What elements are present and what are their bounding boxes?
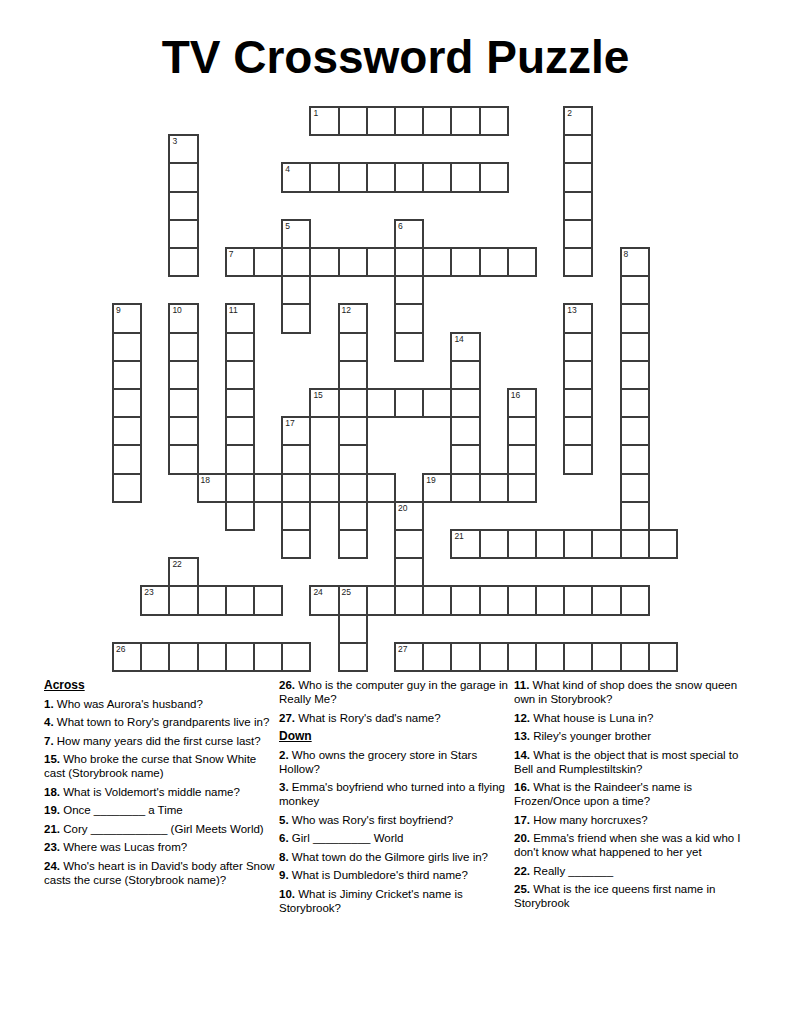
clue-text: What is the object that is most special …	[514, 749, 738, 775]
clue-text: What is Rory's dad's name?	[298, 712, 440, 724]
grid-cell[interactable]	[450, 247, 480, 277]
cell-number: 20	[398, 503, 407, 513]
clue-text: How many years did the first curse last?	[57, 735, 261, 747]
clue-number: 19.	[44, 804, 63, 816]
grid-cell[interactable]	[507, 585, 537, 615]
cell-number: 13	[567, 305, 576, 315]
clue-item: 10. What is Jiminy Cricket's name is Sto…	[279, 887, 513, 915]
grid-cell[interactable]: 2	[563, 106, 593, 136]
grid-cell[interactable]	[168, 585, 198, 615]
cell-number: 2	[567, 108, 572, 118]
grid-cell[interactable]	[450, 642, 480, 672]
grid-cell[interactable]	[535, 529, 565, 559]
clue-text: What town to Rory's grandparents live in…	[57, 716, 270, 728]
cell-number: 12	[342, 305, 351, 315]
grid-cell[interactable]: 21	[450, 529, 480, 559]
clue-number: 23.	[44, 841, 63, 853]
grid-cell[interactable]: 3	[168, 134, 198, 164]
clue-number: 18.	[44, 786, 63, 798]
clue-item: 26. Who is the computer guy in the garag…	[279, 678, 513, 706]
grid-cell[interactable]	[281, 529, 311, 559]
grid-cell[interactable]	[338, 444, 368, 474]
grid-cell[interactable]	[281, 642, 311, 672]
grid-cell[interactable]	[253, 585, 283, 615]
clue-list-header: Across	[44, 678, 278, 692]
clue-number: 12.	[514, 712, 533, 724]
grid-cell[interactable]	[394, 106, 424, 136]
grid-cell[interactable]: 24	[309, 585, 339, 615]
clue-number: 21.	[44, 823, 63, 835]
clue-item: 22. Really _______	[514, 864, 748, 878]
grid-cell[interactable]: 8	[620, 247, 650, 277]
clue-item: 7. How many years did the first curse la…	[44, 734, 278, 748]
grid-cell[interactable]	[507, 416, 537, 446]
grid-cell[interactable]	[563, 247, 593, 277]
grid-cell[interactable]: 5	[281, 219, 311, 249]
grid-cell[interactable]	[168, 360, 198, 390]
grid-cell[interactable]	[620, 388, 650, 418]
cell-number: 6	[398, 221, 403, 231]
cell-number: 11	[229, 305, 238, 315]
grid-cell[interactable]: 4	[281, 162, 311, 192]
clue-number: 26.	[279, 679, 298, 691]
grid-cell[interactable]	[479, 247, 509, 277]
cell-number: 15	[313, 390, 322, 400]
grid-cell[interactable]	[620, 416, 650, 446]
grid-cell[interactable]	[620, 473, 650, 503]
cell-number: 4	[285, 164, 290, 174]
grid-cell[interactable]	[422, 247, 452, 277]
clue-number: 24.	[44, 860, 63, 872]
grid-cell[interactable]: 27	[394, 642, 424, 672]
clue-item: 18. What is Voldemort's middle name?	[44, 785, 278, 799]
clue-text: Emma's boyfriend who turned into a flyin…	[279, 781, 505, 807]
grid-cell[interactable]	[366, 388, 396, 418]
clue-column-left: Across1. Who was Aurora's husband?4. Wha…	[44, 678, 278, 891]
grid-cell[interactable]	[450, 416, 480, 446]
grid-cell[interactable]	[620, 585, 650, 615]
clue-text: What is Voldemort's middle name?	[63, 786, 240, 798]
clue-text: What kind of shop does the snow queen ow…	[514, 679, 737, 705]
grid-cell[interactable]	[112, 444, 142, 474]
cell-number: 18	[201, 475, 210, 485]
cell-number: 10	[172, 305, 181, 315]
grid-cell[interactable]	[309, 162, 339, 192]
grid-cell[interactable]	[422, 162, 452, 192]
grid-cell[interactable]	[225, 416, 255, 446]
clue-item: 4. What town to Rory's grandparents live…	[44, 715, 278, 729]
clue-item: 14. What is the object that is most spec…	[514, 748, 748, 776]
clue-column-middle: 26. Who is the computer guy in the garag…	[279, 678, 513, 919]
grid-cell[interactable]	[620, 275, 650, 305]
grid-cell[interactable]	[422, 106, 452, 136]
grid-cell[interactable]	[168, 444, 198, 474]
clue-item: 24. Who's heart is in David's body after…	[44, 859, 278, 887]
grid-cell[interactable]: 6	[394, 219, 424, 249]
grid-cell[interactable]	[366, 585, 396, 615]
grid-cell[interactable]	[422, 585, 452, 615]
grid-cell[interactable]	[507, 247, 537, 277]
grid-cell[interactable]	[394, 275, 424, 305]
grid-cell[interactable]: 11	[225, 303, 255, 333]
clue-number: 13.	[514, 730, 533, 742]
clue-number: 27.	[279, 712, 298, 724]
clue-number: 7.	[44, 735, 57, 747]
clue-text: What is Dumbledore's third name?	[292, 869, 468, 881]
clue-text: What house is Luna in?	[533, 712, 653, 724]
grid-cell[interactable]	[507, 444, 537, 474]
grid-cell[interactable]	[112, 473, 142, 503]
grid-cell[interactable]	[225, 473, 255, 503]
clue-item: 3. Emma's boyfriend who turned into a fl…	[279, 780, 513, 808]
clue-number: 8.	[279, 851, 292, 863]
grid-cell[interactable]	[450, 388, 480, 418]
grid-cell[interactable]	[112, 416, 142, 446]
grid-cell[interactable]	[450, 106, 480, 136]
clue-text: Who was Rory's first boyfriend?	[292, 814, 453, 826]
grid-cell[interactable]: 26	[112, 642, 142, 672]
grid-cell[interactable]	[197, 585, 227, 615]
clue-number: 22.	[514, 865, 533, 877]
cell-number: 16	[511, 390, 520, 400]
grid-cell[interactable]	[563, 416, 593, 446]
grid-cell[interactable]	[225, 388, 255, 418]
clue-text: What is the Raindeer's name is Frozen/On…	[514, 781, 692, 807]
cell-number: 7	[229, 249, 234, 259]
grid-cell[interactable]	[338, 247, 368, 277]
clue-item: 5. Who was Rory's first boyfriend?	[279, 813, 513, 827]
grid-cell[interactable]	[338, 162, 368, 192]
grid-cell[interactable]	[338, 332, 368, 362]
grid-cell[interactable]	[507, 473, 537, 503]
grid-cell[interactable]	[394, 529, 424, 559]
grid-cell[interactable]	[563, 529, 593, 559]
grid-cell[interactable]	[620, 501, 650, 531]
cell-number: 22	[172, 559, 181, 569]
clue-item: 17. How many horcruxes?	[514, 813, 748, 827]
cell-number: 19	[426, 475, 435, 485]
grid-cell[interactable]	[168, 162, 198, 192]
grid-cell[interactable]	[394, 585, 424, 615]
grid-cell[interactable]: 22	[168, 557, 198, 587]
grid-cell[interactable]	[394, 303, 424, 333]
grid-cell[interactable]	[168, 219, 198, 249]
grid-cell[interactable]	[338, 106, 368, 136]
grid-cell[interactable]: 14	[450, 332, 480, 362]
grid-cell[interactable]	[394, 247, 424, 277]
grid-cell[interactable]	[450, 162, 480, 192]
cell-number: 21	[454, 531, 463, 541]
clue-text: Cory ____________ (Girl Meets World)	[63, 823, 264, 835]
cell-number: 25	[342, 587, 351, 597]
clue-text: Where was Lucas from?	[63, 841, 187, 853]
grid-cell[interactable]	[281, 444, 311, 474]
clue-number: 25.	[514, 883, 533, 895]
grid-cell[interactable]	[394, 388, 424, 418]
grid-cell[interactable]: 10	[168, 303, 198, 333]
grid-cell[interactable]	[225, 360, 255, 390]
grid-cell[interactable]	[620, 529, 650, 559]
grid-cell[interactable]	[394, 332, 424, 362]
crossword-grid: 1471518192123242526272356891011121314161…	[112, 106, 679, 673]
grid-cell[interactable]	[620, 360, 650, 390]
grid-cell[interactable]	[563, 360, 593, 390]
clue-item: 23. Where was Lucas from?	[44, 840, 278, 854]
grid-cell[interactable]	[338, 529, 368, 559]
clue-list-header: Down	[279, 729, 513, 743]
grid-cell[interactable]	[112, 360, 142, 390]
clue-item: 11. What kind of shop does the snow quee…	[514, 678, 748, 706]
grid-cell[interactable]	[338, 360, 368, 390]
grid-cell[interactable]	[450, 444, 480, 474]
grid-cell[interactable]	[366, 473, 396, 503]
cell-number: 5	[285, 221, 290, 231]
grid-cell[interactable]	[620, 642, 650, 672]
clue-number: 11.	[514, 679, 533, 691]
clue-number: 5.	[279, 814, 292, 826]
clue-number: 6.	[279, 832, 292, 844]
grid-cell[interactable]	[168, 416, 198, 446]
clue-text: Girl _________ World	[292, 832, 404, 844]
clue-text: Once ________ a Time	[63, 804, 183, 816]
cell-number: 17	[285, 418, 294, 428]
grid-cell[interactable]	[648, 529, 678, 559]
grid-cell[interactable]: 23	[140, 585, 170, 615]
clue-number: 2.	[279, 749, 292, 761]
grid-cell[interactable]	[338, 501, 368, 531]
clue-text: How many horcruxes?	[533, 814, 647, 826]
clue-text: Really _______	[533, 865, 613, 877]
grid-cell[interactable]	[479, 529, 509, 559]
grid-cell[interactable]	[338, 614, 368, 644]
grid-cell[interactable]	[394, 162, 424, 192]
cell-number: 27	[398, 644, 407, 654]
clue-item: 25. What is the ice queens first name in…	[514, 882, 748, 910]
clue-text: What town do the Gilmore girls live in?	[292, 851, 488, 863]
grid-cell[interactable]	[225, 501, 255, 531]
clue-item: 12. What house is Luna in?	[514, 711, 748, 725]
grid-cell[interactable]	[620, 444, 650, 474]
clue-item: 21. Cory ____________ (Girl Meets World)	[44, 822, 278, 836]
grid-cell[interactable]	[112, 388, 142, 418]
clue-number: 14.	[514, 749, 533, 761]
grid-cell[interactable]	[338, 388, 368, 418]
grid-cell[interactable]: 16	[507, 388, 537, 418]
clue-text: Who broke the curse that Snow White cast…	[44, 753, 256, 779]
grid-cell[interactable]	[591, 642, 621, 672]
grid-cell[interactable]	[225, 332, 255, 362]
grid-cell[interactable]	[507, 529, 537, 559]
clue-number: 16.	[514, 781, 533, 793]
grid-cell[interactable]	[535, 585, 565, 615]
grid-cell[interactable]: 19	[422, 473, 452, 503]
crossword-page: TV Crossword Puzzle 14715181921232425262…	[0, 0, 791, 1024]
cell-number: 1	[313, 108, 318, 118]
grid-cell[interactable]	[168, 191, 198, 221]
grid-cell[interactable]	[620, 303, 650, 333]
clue-text: Who's heart is in David's body after Sno…	[44, 860, 275, 886]
grid-cell[interactable]	[366, 247, 396, 277]
grid-cell[interactable]	[309, 473, 339, 503]
grid-cell[interactable]: 12	[338, 303, 368, 333]
grid-cell[interactable]	[112, 332, 142, 362]
cell-number: 8	[624, 249, 629, 259]
grid-cell[interactable]	[281, 247, 311, 277]
clue-number: 15.	[44, 753, 63, 765]
grid-cell[interactable]: 13	[563, 303, 593, 333]
grid-cell[interactable]	[450, 585, 480, 615]
clue-item: 20. Emma's friend when she was a kid who…	[514, 831, 748, 859]
clue-item: 2. Who owns the grocery store in Stars H…	[279, 748, 513, 776]
grid-cell[interactable]: 18	[197, 473, 227, 503]
cell-number: 23	[144, 587, 153, 597]
grid-cell[interactable]	[140, 642, 170, 672]
clue-text: What is the ice queens first name in Sto…	[514, 883, 715, 909]
grid-cell[interactable]	[366, 106, 396, 136]
grid-cell[interactable]: 1	[309, 106, 339, 136]
clue-item: 1. Who was Aurora's husband?	[44, 697, 278, 711]
clue-text: Who is the computer guy in the garage in…	[279, 679, 508, 705]
grid-cell[interactable]	[225, 642, 255, 672]
grid-cell[interactable]	[563, 219, 593, 249]
grid-cell[interactable]	[591, 585, 621, 615]
grid-cell[interactable]	[168, 247, 198, 277]
grid-cell[interactable]	[253, 247, 283, 277]
grid-cell[interactable]	[648, 642, 678, 672]
clue-number: 17.	[514, 814, 533, 826]
grid-cell[interactable]	[197, 642, 227, 672]
grid-cell[interactable]	[422, 642, 452, 672]
grid-cell[interactable]	[563, 388, 593, 418]
cell-number: 24	[313, 587, 322, 597]
clue-item: 13. Riley's younger brother	[514, 729, 748, 743]
grid-cell[interactable]	[591, 529, 621, 559]
grid-cell[interactable]	[168, 332, 198, 362]
grid-cell[interactable]	[281, 501, 311, 531]
clue-number: 20.	[514, 832, 533, 844]
clue-item: 8. What town do the Gilmore girls live i…	[279, 850, 513, 864]
clue-number: 3.	[279, 781, 292, 793]
grid-cell[interactable]	[563, 191, 593, 221]
grid-cell[interactable]: 17	[281, 416, 311, 446]
grid-cell[interactable]	[281, 473, 311, 503]
grid-cell[interactable]	[394, 557, 424, 587]
clue-number: 4.	[44, 716, 57, 728]
cell-number: 26	[116, 644, 125, 654]
grid-cell[interactable]	[479, 106, 509, 136]
grid-cell[interactable]: 9	[112, 303, 142, 333]
clue-text: Who owns the grocery store in Stars Holl…	[279, 749, 477, 775]
cell-number: 14	[454, 334, 463, 344]
grid-cell[interactable]	[507, 642, 537, 672]
grid-cell[interactable]	[338, 642, 368, 672]
clue-number: 10.	[279, 888, 298, 900]
page-title: TV Crossword Puzzle	[0, 30, 791, 84]
clue-number: 1.	[44, 698, 57, 710]
grid-cell[interactable]	[281, 275, 311, 305]
cell-number: 9	[116, 305, 121, 315]
grid-cell[interactable]	[225, 444, 255, 474]
grid-cell[interactable]: 15	[309, 388, 339, 418]
clue-text: Riley's younger brother	[533, 730, 651, 742]
clue-text: What is Jiminy Cricket's name is Storybr…	[279, 888, 463, 914]
grid-cell[interactable]	[168, 388, 198, 418]
grid-cell[interactable]	[338, 473, 368, 503]
grid-cell[interactable]	[563, 134, 593, 164]
grid-cell[interactable]	[253, 473, 283, 503]
grid-cell[interactable]: 25	[338, 585, 368, 615]
grid-cell[interactable]	[253, 642, 283, 672]
grid-cell[interactable]	[366, 162, 396, 192]
grid-cell[interactable]	[450, 360, 480, 390]
clue-item: 6. Girl _________ World	[279, 831, 513, 845]
grid-cell[interactable]	[479, 585, 509, 615]
clue-item: 15. Who broke the curse that Snow White …	[44, 752, 278, 780]
grid-cell[interactable]	[168, 642, 198, 672]
clue-item: 19. Once ________ a Time	[44, 803, 278, 817]
clue-item: 16. What is the Raindeer's name is Froze…	[514, 780, 748, 808]
grid-cell[interactable]	[563, 332, 593, 362]
clue-item: 27. What is Rory's dad's name?	[279, 711, 513, 725]
grid-cell[interactable]: 20	[394, 501, 424, 531]
grid-cell[interactable]	[225, 585, 255, 615]
clue-item: 9. What is Dumbledore's third name?	[279, 868, 513, 882]
grid-cell[interactable]	[281, 303, 311, 333]
grid-cell[interactable]	[535, 642, 565, 672]
grid-cell[interactable]	[563, 642, 593, 672]
grid-cell[interactable]	[563, 162, 593, 192]
clue-text: Emma's friend when she was a kid who I d…	[514, 832, 741, 858]
cell-number: 3	[172, 136, 177, 146]
grid-cell[interactable]: 7	[225, 247, 255, 277]
grid-cell[interactable]	[309, 247, 339, 277]
grid-cell[interactable]	[450, 473, 480, 503]
grid-cell[interactable]	[479, 642, 509, 672]
grid-cell[interactable]	[479, 162, 509, 192]
grid-cell[interactable]	[563, 585, 593, 615]
grid-cell[interactable]	[338, 416, 368, 446]
grid-cell[interactable]	[422, 388, 452, 418]
clue-text: Who was Aurora's husband?	[57, 698, 203, 710]
clue-number: 9.	[279, 869, 292, 881]
grid-cell[interactable]	[620, 332, 650, 362]
grid-cell[interactable]	[479, 473, 509, 503]
grid-cell[interactable]	[563, 444, 593, 474]
clue-column-right: 11. What kind of shop does the snow quee…	[514, 678, 748, 915]
